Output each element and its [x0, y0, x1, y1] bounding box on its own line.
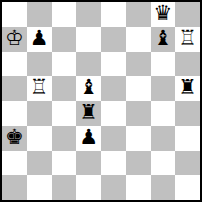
- square-e1[interactable]: [101, 175, 126, 200]
- square-f6[interactable]: [126, 52, 151, 77]
- square-g2[interactable]: [151, 151, 176, 176]
- square-g8[interactable]: ♛: [151, 2, 176, 27]
- square-c1[interactable]: [52, 175, 77, 200]
- square-g4[interactable]: [151, 101, 176, 126]
- square-b4[interactable]: [27, 101, 52, 126]
- square-b1[interactable]: [27, 175, 52, 200]
- black-queen-piece: ♛: [153, 3, 172, 24]
- square-b7[interactable]: ♟: [27, 27, 52, 52]
- square-e7[interactable]: [101, 27, 126, 52]
- square-d3[interactable]: ♟: [76, 126, 101, 151]
- white-rook-piece: ♖: [30, 77, 49, 98]
- square-c6[interactable]: [52, 52, 77, 77]
- square-d8[interactable]: [76, 2, 101, 27]
- white-king-piece: ♔: [5, 28, 24, 49]
- square-e6[interactable]: [101, 52, 126, 77]
- square-h2[interactable]: [175, 151, 200, 176]
- square-c4[interactable]: [52, 101, 77, 126]
- square-g6[interactable]: [151, 52, 176, 77]
- square-f2[interactable]: [126, 151, 151, 176]
- square-b5[interactable]: ♖: [27, 76, 52, 101]
- square-c3[interactable]: [52, 126, 77, 151]
- chess-board: ♛♔♟♝♖♖♝♜♜♚♟: [0, 0, 202, 202]
- square-a7[interactable]: ♔: [2, 27, 27, 52]
- square-e4[interactable]: [101, 101, 126, 126]
- black-pawn-piece: ♟: [30, 28, 49, 49]
- square-a8[interactable]: [2, 2, 27, 27]
- square-e8[interactable]: [101, 2, 126, 27]
- black-bishop-piece: ♝: [79, 77, 98, 98]
- square-a4[interactable]: [2, 101, 27, 126]
- square-c8[interactable]: [52, 2, 77, 27]
- square-g7[interactable]: ♝: [151, 27, 176, 52]
- square-f1[interactable]: [126, 175, 151, 200]
- black-bishop-piece: ♝: [153, 28, 172, 49]
- black-pawn-piece: ♟: [79, 127, 98, 148]
- square-f7[interactable]: [126, 27, 151, 52]
- square-f3[interactable]: [126, 126, 151, 151]
- square-a1[interactable]: [2, 175, 27, 200]
- square-b6[interactable]: [27, 52, 52, 77]
- square-g1[interactable]: [151, 175, 176, 200]
- square-h5[interactable]: ♜: [175, 76, 200, 101]
- square-f8[interactable]: [126, 2, 151, 27]
- square-a5[interactable]: [2, 76, 27, 101]
- square-c2[interactable]: [52, 151, 77, 176]
- black-king-piece: ♚: [5, 127, 24, 148]
- square-e2[interactable]: [101, 151, 126, 176]
- black-rook-piece: ♜: [79, 102, 98, 123]
- square-g5[interactable]: [151, 76, 176, 101]
- square-h4[interactable]: [175, 101, 200, 126]
- square-c5[interactable]: [52, 76, 77, 101]
- square-h1[interactable]: [175, 175, 200, 200]
- square-e5[interactable]: [101, 76, 126, 101]
- square-h7[interactable]: ♖: [175, 27, 200, 52]
- square-f4[interactable]: [126, 101, 151, 126]
- square-b8[interactable]: [27, 2, 52, 27]
- square-d4[interactable]: ♜: [76, 101, 101, 126]
- square-c7[interactable]: [52, 27, 77, 52]
- square-f5[interactable]: [126, 76, 151, 101]
- square-h8[interactable]: [175, 2, 200, 27]
- square-d6[interactable]: [76, 52, 101, 77]
- white-rook-piece: ♖: [178, 28, 197, 49]
- square-h6[interactable]: [175, 52, 200, 77]
- square-g3[interactable]: [151, 126, 176, 151]
- square-h3[interactable]: [175, 126, 200, 151]
- square-a3[interactable]: ♚: [2, 126, 27, 151]
- square-a6[interactable]: [2, 52, 27, 77]
- square-d5[interactable]: ♝: [76, 76, 101, 101]
- square-a2[interactable]: [2, 151, 27, 176]
- square-b3[interactable]: [27, 126, 52, 151]
- square-d2[interactable]: [76, 151, 101, 176]
- square-d1[interactable]: [76, 175, 101, 200]
- square-b2[interactable]: [27, 151, 52, 176]
- square-d7[interactable]: [76, 27, 101, 52]
- square-e3[interactable]: [101, 126, 126, 151]
- black-rook-piece: ♜: [178, 77, 197, 98]
